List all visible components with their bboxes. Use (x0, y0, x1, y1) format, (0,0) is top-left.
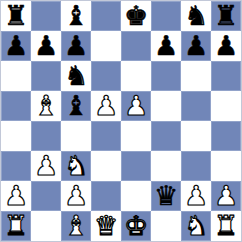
square-a6[interactable] (1, 61, 31, 91)
square-g2[interactable]: ♟ (181, 181, 211, 211)
piece-black-bishop: ♝ (64, 92, 88, 119)
square-f1[interactable] (151, 211, 181, 241)
square-e2[interactable] (121, 181, 151, 211)
square-c5[interactable]: ♝ (61, 91, 91, 121)
square-b5[interactable]: ♝ (31, 91, 61, 121)
square-e7[interactable] (121, 31, 151, 61)
square-b3[interactable]: ♟ (31, 151, 61, 181)
square-f7[interactable]: ♟ (151, 31, 181, 61)
square-h7[interactable]: ♟ (211, 31, 241, 61)
piece-white-king: ♚ (124, 212, 148, 239)
square-f4[interactable] (151, 121, 181, 151)
square-d1[interactable]: ♛ (91, 211, 121, 241)
square-h3[interactable] (211, 151, 241, 181)
piece-white-knight: ♞ (184, 212, 208, 239)
piece-white-rook: ♜ (4, 212, 28, 239)
piece-white-knight: ♞ (64, 152, 88, 179)
square-g4[interactable] (181, 121, 211, 151)
piece-black-pawn: ♟ (64, 32, 88, 59)
square-d4[interactable] (91, 121, 121, 151)
square-c2[interactable]: ♟ (61, 181, 91, 211)
square-g3[interactable] (181, 151, 211, 181)
square-c3[interactable]: ♞ (61, 151, 91, 181)
square-e6[interactable] (121, 61, 151, 91)
square-f8[interactable] (151, 1, 181, 31)
square-c7[interactable]: ♟ (61, 31, 91, 61)
square-a3[interactable] (1, 151, 31, 181)
piece-white-queen: ♛ (94, 212, 118, 239)
square-b1[interactable] (31, 211, 61, 241)
square-g7[interactable]: ♟ (181, 31, 211, 61)
square-b4[interactable] (31, 121, 61, 151)
piece-black-knight: ♞ (64, 62, 88, 89)
square-h8[interactable]: ♜ (211, 1, 241, 31)
square-d3[interactable] (91, 151, 121, 181)
square-g5[interactable] (181, 91, 211, 121)
piece-white-rook: ♜ (214, 212, 238, 239)
piece-white-pawn: ♟ (214, 182, 238, 209)
square-h5[interactable] (211, 91, 241, 121)
piece-white-pawn: ♟ (34, 152, 58, 179)
piece-black-pawn: ♟ (184, 32, 208, 59)
square-h2[interactable]: ♟ (211, 181, 241, 211)
square-a4[interactable] (1, 121, 31, 151)
piece-black-rook: ♜ (214, 2, 238, 29)
square-c4[interactable] (61, 121, 91, 151)
square-e8[interactable]: ♚ (121, 1, 151, 31)
square-b8[interactable] (31, 1, 61, 31)
piece-white-bishop: ♝ (34, 92, 58, 119)
piece-white-pawn: ♟ (64, 182, 88, 209)
square-a8[interactable]: ♜ (1, 1, 31, 31)
square-c8[interactable]: ♝ (61, 1, 91, 31)
piece-white-pawn: ♟ (4, 182, 28, 209)
piece-white-pawn: ♟ (94, 92, 118, 119)
piece-white-pawn: ♟ (124, 92, 148, 119)
square-g8[interactable]: ♞ (181, 1, 211, 31)
square-g1[interactable]: ♞ (181, 211, 211, 241)
square-f5[interactable] (151, 91, 181, 121)
square-d7[interactable] (91, 31, 121, 61)
piece-black-knight: ♞ (184, 2, 208, 29)
square-d6[interactable] (91, 61, 121, 91)
piece-black-king: ♚ (124, 2, 148, 29)
piece-white-pawn: ♟ (184, 182, 208, 209)
square-e1[interactable]: ♚ (121, 211, 151, 241)
square-f6[interactable] (151, 61, 181, 91)
piece-black-rook: ♜ (4, 2, 28, 29)
chess-board: ♜♝♚♞♜♟♟♟♟♟♟♞♝♝♟♟♟♞♟♟♛♟♟♜♝♛♚♞♜ (0, 0, 242, 242)
square-b7[interactable]: ♟ (31, 31, 61, 61)
piece-white-bishop: ♝ (64, 212, 88, 239)
square-h4[interactable] (211, 121, 241, 151)
piece-black-pawn: ♟ (154, 32, 178, 59)
square-h6[interactable] (211, 61, 241, 91)
square-e5[interactable]: ♟ (121, 91, 151, 121)
square-c6[interactable]: ♞ (61, 61, 91, 91)
piece-black-pawn: ♟ (34, 32, 58, 59)
square-a5[interactable] (1, 91, 31, 121)
square-a7[interactable]: ♟ (1, 31, 31, 61)
square-f2[interactable]: ♛ (151, 181, 181, 211)
piece-black-pawn: ♟ (4, 32, 28, 59)
piece-black-pawn: ♟ (214, 32, 238, 59)
square-g6[interactable] (181, 61, 211, 91)
square-d2[interactable] (91, 181, 121, 211)
square-d5[interactable]: ♟ (91, 91, 121, 121)
piece-black-queen: ♛ (154, 182, 178, 209)
piece-black-bishop: ♝ (64, 2, 88, 29)
square-d8[interactable] (91, 1, 121, 31)
square-f3[interactable] (151, 151, 181, 181)
square-e4[interactable] (121, 121, 151, 151)
square-a1[interactable]: ♜ (1, 211, 31, 241)
square-e3[interactable] (121, 151, 151, 181)
square-c1[interactable]: ♝ (61, 211, 91, 241)
square-h1[interactable]: ♜ (211, 211, 241, 241)
square-b6[interactable] (31, 61, 61, 91)
square-b2[interactable] (31, 181, 61, 211)
square-a2[interactable]: ♟ (1, 181, 31, 211)
